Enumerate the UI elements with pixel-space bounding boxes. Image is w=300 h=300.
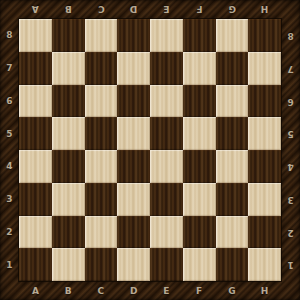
square-d4[interactable]: [117, 150, 150, 183]
square-c7[interactable]: [85, 52, 118, 85]
file-label-top-f: F: [183, 0, 216, 19]
square-c6[interactable]: [85, 85, 118, 118]
square-e7[interactable]: [150, 52, 183, 85]
square-h7[interactable]: [248, 52, 281, 85]
file-label-bottom-d: D: [117, 281, 150, 300]
file-label-top-e: E: [150, 0, 183, 19]
file-label-top-g: G: [216, 0, 249, 19]
rank-labels-right: 87654321: [281, 19, 300, 281]
rank-label-right-4: 4: [281, 150, 300, 183]
file-label-top-d: D: [117, 0, 150, 19]
rank-label-left-3: 3: [0, 183, 19, 216]
rank-label-right-6: 6: [281, 85, 300, 118]
square-d6[interactable]: [117, 85, 150, 118]
square-e6[interactable]: [150, 85, 183, 118]
square-c4[interactable]: [85, 150, 118, 183]
square-b1[interactable]: [52, 248, 85, 281]
square-a8[interactable]: [19, 19, 52, 52]
square-h3[interactable]: [248, 183, 281, 216]
rank-label-left-8: 8: [0, 19, 19, 52]
square-b3[interactable]: [52, 183, 85, 216]
square-b5[interactable]: [52, 117, 85, 150]
rank-label-left-4: 4: [0, 150, 19, 183]
square-h6[interactable]: [248, 85, 281, 118]
square-e1[interactable]: [150, 248, 183, 281]
square-d8[interactable]: [117, 19, 150, 52]
square-d3[interactable]: [117, 183, 150, 216]
rank-label-left-1: 1: [0, 248, 19, 281]
file-label-bottom-h: H: [248, 281, 281, 300]
file-label-top-h: H: [248, 0, 281, 19]
file-labels-top: ABCDEFGH: [19, 0, 281, 19]
rank-label-right-5: 5: [281, 117, 300, 150]
rank-label-right-2: 2: [281, 216, 300, 249]
square-a3[interactable]: [19, 183, 52, 216]
square-g3[interactable]: [216, 183, 249, 216]
square-g7[interactable]: [216, 52, 249, 85]
rank-label-left-7: 7: [0, 52, 19, 85]
square-h2[interactable]: [248, 216, 281, 249]
square-e5[interactable]: [150, 117, 183, 150]
file-label-top-c: C: [85, 0, 118, 19]
square-f7[interactable]: [183, 52, 216, 85]
square-c8[interactable]: [85, 19, 118, 52]
square-f3[interactable]: [183, 183, 216, 216]
square-h1[interactable]: [248, 248, 281, 281]
rank-label-right-8: 8: [281, 19, 300, 52]
square-f2[interactable]: [183, 216, 216, 249]
square-g2[interactable]: [216, 216, 249, 249]
square-h4[interactable]: [248, 150, 281, 183]
square-d1[interactable]: [117, 248, 150, 281]
file-label-top-b: B: [52, 0, 85, 19]
square-a7[interactable]: [19, 52, 52, 85]
square-b2[interactable]: [52, 216, 85, 249]
rank-label-left-5: 5: [0, 117, 19, 150]
square-f6[interactable]: [183, 85, 216, 118]
file-label-bottom-b: B: [52, 281, 85, 300]
square-a2[interactable]: [19, 216, 52, 249]
file-labels-bottom: ABCDEFGH: [19, 281, 281, 300]
square-d7[interactable]: [117, 52, 150, 85]
square-d2[interactable]: [117, 216, 150, 249]
rank-label-right-1: 1: [281, 248, 300, 281]
square-f1[interactable]: [183, 248, 216, 281]
square-c3[interactable]: [85, 183, 118, 216]
square-c5[interactable]: [85, 117, 118, 150]
square-b8[interactable]: [52, 19, 85, 52]
square-g8[interactable]: [216, 19, 249, 52]
square-e3[interactable]: [150, 183, 183, 216]
file-label-top-a: A: [19, 0, 52, 19]
square-b6[interactable]: [52, 85, 85, 118]
square-e4[interactable]: [150, 150, 183, 183]
square-c1[interactable]: [85, 248, 118, 281]
square-h5[interactable]: [248, 117, 281, 150]
rank-labels-left: 87654321: [0, 19, 19, 281]
file-label-bottom-e: E: [150, 281, 183, 300]
square-a1[interactable]: [19, 248, 52, 281]
square-e8[interactable]: [150, 19, 183, 52]
square-a6[interactable]: [19, 85, 52, 118]
square-a4[interactable]: [19, 150, 52, 183]
file-label-bottom-a: A: [19, 281, 52, 300]
rank-label-right-3: 3: [281, 183, 300, 216]
square-b7[interactable]: [52, 52, 85, 85]
square-h8[interactable]: [248, 19, 281, 52]
chess-board: ABCDEFGH ABCDEFGH 87654321 87654321: [0, 0, 300, 300]
rank-label-left-6: 6: [0, 85, 19, 118]
square-a5[interactable]: [19, 117, 52, 150]
square-e2[interactable]: [150, 216, 183, 249]
square-c2[interactable]: [85, 216, 118, 249]
square-d5[interactable]: [117, 117, 150, 150]
square-g5[interactable]: [216, 117, 249, 150]
square-b4[interactable]: [52, 150, 85, 183]
rank-label-left-2: 2: [0, 216, 19, 249]
board-grid: [19, 19, 281, 281]
rank-label-right-7: 7: [281, 52, 300, 85]
file-label-bottom-c: C: [85, 281, 118, 300]
square-g4[interactable]: [216, 150, 249, 183]
file-label-bottom-f: F: [183, 281, 216, 300]
square-g1[interactable]: [216, 248, 249, 281]
file-label-bottom-g: G: [216, 281, 249, 300]
square-f4[interactable]: [183, 150, 216, 183]
square-g6[interactable]: [216, 85, 249, 118]
square-f8[interactable]: [183, 19, 216, 52]
square-f5[interactable]: [183, 117, 216, 150]
